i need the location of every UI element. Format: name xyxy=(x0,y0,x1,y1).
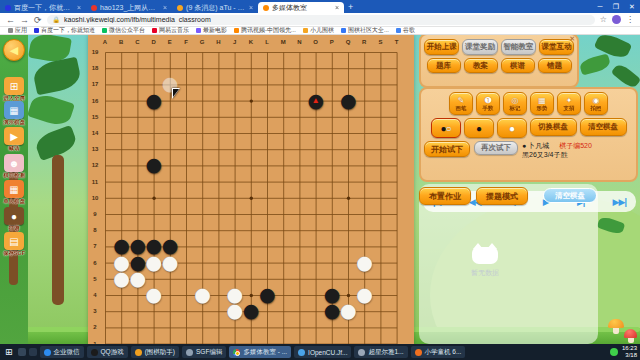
bookmark-favicon xyxy=(396,28,401,33)
try-button[interactable]: 开始试下 xyxy=(424,141,470,157)
board-coordinate: 18 xyxy=(92,65,99,71)
sidebar-item-megaphone[interactable]: ▶喊话 xyxy=(0,127,28,152)
bookmark-item[interactable]: 谷歌 xyxy=(396,27,415,35)
browser-toolbar: ← → ⟳ 🔒 kaoshi.yikeweiqi.com/lfb/multime… xyxy=(0,13,640,27)
sidebar-item-back[interactable]: ◀ xyxy=(0,39,28,61)
stone-selector-1[interactable]: ● xyxy=(464,118,494,138)
white-stone-G4: ● xyxy=(194,287,210,303)
bookmark-star-icon[interactable]: ☆ xyxy=(600,15,607,24)
tab-title: hao123_上网从这里开始 xyxy=(100,3,160,13)
mushroom-art xyxy=(624,329,637,343)
tool-icon: ✦ xyxy=(566,96,573,105)
tab-strip: 百度一下，你就知道×hao123_上网从这里开始×(9 条消息) aTu - 微… xyxy=(0,0,344,13)
board-coordinate: N xyxy=(297,39,301,45)
taskbar-item-icon xyxy=(186,349,193,356)
tool-label: 形势 xyxy=(537,105,548,111)
bookmark-item[interactable]: 应用 xyxy=(8,27,27,35)
taskbar-item-icon xyxy=(298,349,305,356)
bookmark-item[interactable]: 腾讯视频-中国领先... xyxy=(234,27,296,35)
taskbar-item-icon xyxy=(44,349,51,356)
refresh-icon[interactable]: ⟳ xyxy=(34,15,42,25)
taskbar-item[interactable]: 超星尔雅1... xyxy=(354,346,407,358)
taskbar-item-icon xyxy=(358,349,365,356)
board-coordinate: 13 xyxy=(92,146,99,152)
window-controls: ─ ❐ ✕ xyxy=(592,0,640,13)
tool-button-标记[interactable]: ◎标记 xyxy=(503,92,527,115)
taskbar-item-label: SGF编辑 xyxy=(196,348,222,357)
tool-icon: ◎ xyxy=(512,96,519,105)
demo-board-icon: ▦ xyxy=(4,101,24,119)
classroom-button[interactable]: 智能教室 xyxy=(501,39,536,55)
white-stone-Q3: ● xyxy=(340,303,356,319)
empty-state-cat-icon xyxy=(472,247,498,264)
playback-button-5[interactable]: ▶▶| xyxy=(613,197,626,207)
board-coordinate: 7 xyxy=(93,243,96,249)
tree-foliage-art xyxy=(31,57,82,96)
white-stone-B5: ● xyxy=(113,271,129,287)
sidebar-item-label: 打谱 xyxy=(1,225,26,231)
tab-close-icon[interactable]: × xyxy=(77,4,81,11)
start-button-icon[interactable]: ⊞ xyxy=(5,347,13,357)
tool-label: 拍照 xyxy=(591,105,602,111)
url-text: kaoshi.yikeweiqi.com/lfb/multimedia_clas… xyxy=(64,16,211,23)
white-stone-R4: ● xyxy=(356,287,372,303)
board-coordinate: M xyxy=(281,39,286,45)
sidebar-item-single-board[interactable]: ▦单人棋盘 xyxy=(0,180,28,205)
bookmark-label: 网易云音乐 xyxy=(159,27,189,35)
white-stone-R6: ● xyxy=(356,255,372,271)
bookmark-item[interactable]: 小儿围棋 xyxy=(303,27,334,35)
screen: 百度一下，你就知道×hao123_上网从这里开始×(9 条消息) aTu - 微… xyxy=(0,0,640,360)
sidebar-item-play-stones[interactable]: ●打谱 xyxy=(0,207,28,232)
classroom-buttons-row: 开始上课课堂奖励智能教室课堂互动 xyxy=(424,39,574,55)
address-bar[interactable]: 🔒 kaoshi.yikeweiqi.com/lfb/multimedia_cl… xyxy=(47,15,595,25)
tool-button-形势[interactable]: ▦形势 xyxy=(530,92,554,115)
stone-selector-row: ●○●●切换棋盘清空棋盘 xyxy=(424,118,633,138)
taskbar-item-label: 企业微信 xyxy=(54,348,80,357)
sidebar-item-student[interactable]: ☻棋力检测 xyxy=(0,154,28,179)
taskbar-item[interactable]: 企业微信 xyxy=(40,346,84,358)
black-stone-K3: ● xyxy=(243,303,259,319)
stone-selector-2[interactable]: ● xyxy=(497,118,527,138)
bookmark-label: 百度一下，你就知道 xyxy=(41,27,95,35)
taskbar-item-label: 小学童机 6... xyxy=(425,348,462,357)
board-coordinate: L xyxy=(265,39,269,45)
bookmark-label: 围棋社区大全... xyxy=(348,27,389,35)
bookmark-favicon xyxy=(303,28,308,33)
bookmark-favicon xyxy=(102,28,107,33)
tree-foliage-art xyxy=(27,91,75,129)
player-name: 卜凡城 xyxy=(528,142,549,149)
tool-label: 手数 xyxy=(483,105,494,111)
empty-state-text: 暂无数据 xyxy=(455,268,515,278)
bookmarks-bar: 应用百度一下，你就知道微信公众平台网易云音乐最新电影腾讯视频-中国领先...小儿… xyxy=(0,27,640,35)
board-coordinate: 5 xyxy=(93,276,96,282)
bookmark-item[interactable]: 微信公众平台 xyxy=(102,27,145,35)
taskbar-item[interactable]: 多媒体教室 - ... xyxy=(229,346,291,358)
board-coordinate: 6 xyxy=(93,260,96,266)
back-icon[interactable]: ← xyxy=(6,15,15,25)
resource-buttons-row: 题库教案棋谱错题 xyxy=(424,58,574,73)
taskbar-item-label: (围棋助手) xyxy=(145,348,175,357)
lock-icon: 🔒 xyxy=(53,16,61,23)
black-stone-icon: ● xyxy=(522,142,526,149)
student-icon: ☻ xyxy=(4,154,24,172)
menu-dots-icon[interactable]: ⋮ xyxy=(626,15,634,24)
board-coordinate: J xyxy=(233,39,236,45)
windows-taskbar: ⊞ 企业微信QQ游戏(围棋助手)SGF编辑多媒体教室 - ...IOpenCU.… xyxy=(0,344,640,360)
back-arrow-icon[interactable]: ◀ xyxy=(3,39,25,61)
board-coordinate: 9 xyxy=(93,211,96,217)
tool-button-支招[interactable]: ✦支招 xyxy=(557,92,581,115)
sidebar-item-label: 保存SGF xyxy=(1,250,26,256)
classroom-page: ◀⊞进入全屏▦演示棋盘▶喊话☻棋力检测▦单人棋盘●打谱▤保存SGF ABCDEF… xyxy=(0,35,640,344)
profile-avatar[interactable] xyxy=(612,15,621,24)
app-sidebar: ◀⊞进入全屏▦演示棋盘▶喊话☻棋力检测▦单人棋盘●打谱▤保存SGF xyxy=(0,35,28,344)
taskbar-item-icon xyxy=(135,349,142,356)
single-board-icon: ▦ xyxy=(4,180,24,198)
browser-tab-bar: 百度一下，你就知道×hao123_上网从这里开始×(9 条消息) aTu - 微… xyxy=(0,0,640,13)
minimize-button[interactable]: ─ xyxy=(592,3,608,10)
bookmark-item[interactable]: 网易云音乐 xyxy=(152,27,189,35)
board-coordinate: R xyxy=(362,39,366,45)
board-coordinate: 17 xyxy=(92,81,99,87)
problem-mode-button[interactable]: 摆题模式 xyxy=(476,187,528,205)
tool-button-拍照[interactable]: ◉拍照 xyxy=(584,92,608,115)
bookmark-favicon xyxy=(196,28,201,33)
tool-label: 支招 xyxy=(564,105,575,111)
bookmark-favicon xyxy=(341,28,346,33)
board-coordinate: B xyxy=(119,39,123,45)
board-coordinate: 10 xyxy=(92,195,99,201)
tool-icon: ◉ xyxy=(593,96,600,105)
tool-icon: ➊ xyxy=(485,96,492,105)
taskbar-item-label: QQ游戏 xyxy=(101,348,124,357)
bookmark-label: 应用 xyxy=(15,27,27,35)
board-coordinate: G xyxy=(200,39,205,45)
fullscreen-icon: ⊞ xyxy=(4,77,24,95)
taskbar-item[interactable]: (围棋助手) xyxy=(131,346,179,358)
board-coordinate: K xyxy=(249,39,253,45)
sidebar-item-label: 棋力检测 xyxy=(1,172,26,178)
sidebar-item-label: 单人棋盘 xyxy=(1,198,26,204)
classroom-panel: ✕ 开始上课课堂奖励智能教室课堂互动 题库教案棋谱错题 xyxy=(419,35,579,88)
bookmark-label: 腾讯视频-中国领先... xyxy=(241,27,296,35)
resource-button[interactable]: 错题 xyxy=(538,58,572,73)
tool-button-手数[interactable]: ➊手数 xyxy=(476,92,500,115)
sidebar-item-label: 演示棋盘 xyxy=(1,119,26,125)
board-coordinate: A xyxy=(103,39,107,45)
resource-button[interactable]: 题库 xyxy=(427,58,461,73)
board-coordinate: F xyxy=(184,39,188,45)
browser-tab[interactable]: hao123_上网从这里开始× xyxy=(86,2,172,13)
tools-panel: ✎画笔➊手数◎标记▦形势✦支招◉拍照 ●○●●切换棋盘清空棋盘 开始试下再次试下… xyxy=(419,87,638,182)
tab-title: 百度一下，你就知道 xyxy=(14,3,74,13)
taskbar-item[interactable]: QQ游戏 xyxy=(87,346,128,358)
tool-icon: ✎ xyxy=(458,96,465,105)
board-coordinate: 15 xyxy=(92,114,99,120)
board-coordinate: 4 xyxy=(93,292,96,298)
clear-pen-button[interactable]: 清空棋盘 xyxy=(543,188,597,203)
taskbar-item-icon xyxy=(91,349,98,356)
white-stone-D6: ● xyxy=(146,255,162,271)
bookmark-label: 微信公众平台 xyxy=(109,27,145,35)
clear-board-button[interactable]: 清空棋盘 xyxy=(580,118,627,136)
bookmark-label: 谷歌 xyxy=(403,27,415,35)
browser-tab[interactable]: 百度一下，你就知道× xyxy=(0,2,86,13)
player-badge: 棋子编520 xyxy=(559,142,592,149)
assign-buttons-row: 布置作业摆题模式 xyxy=(419,187,528,205)
board-coordinate: S xyxy=(378,39,382,45)
bookmark-favicon xyxy=(152,28,157,33)
bookmark-label: 最新电影 xyxy=(203,27,227,35)
sidebar-item-label: 喊话 xyxy=(1,145,26,151)
bookmark-favicon xyxy=(34,28,39,33)
bookmark-item[interactable]: 百度一下，你就知道 xyxy=(34,27,95,35)
board-coordinate: 16 xyxy=(92,98,99,104)
assign-homework-button[interactable]: 布置作业 xyxy=(419,187,471,205)
board-coordinate: 19 xyxy=(92,49,99,55)
board-coordinate: 14 xyxy=(92,130,99,136)
tool-label: 画笔 xyxy=(456,105,467,111)
forward-icon[interactable]: → xyxy=(20,15,29,25)
stone-selector-0[interactable]: ●○ xyxy=(431,118,461,138)
task-items: 企业微信QQ游戏(围棋助手)SGF编辑多媒体教室 - ...IOpenCU.Jf… xyxy=(40,346,466,358)
taskbar-item-label: IOpenCU.Jf... xyxy=(308,349,347,356)
new-tab-button[interactable]: + xyxy=(348,2,353,12)
bookmark-favicon xyxy=(8,28,13,33)
resource-button[interactable]: 教案 xyxy=(464,58,498,73)
tray-green-icon[interactable] xyxy=(610,348,618,356)
black-stone-D12: ● xyxy=(146,157,162,173)
save-sgf-icon: ▤ xyxy=(4,232,24,250)
tab-favicon xyxy=(91,5,97,11)
clock[interactable]: 16:23 3/18 xyxy=(622,345,637,359)
mouse-cursor xyxy=(172,88,180,99)
browser-tab[interactable]: (9 条消息) aTu - 微博× xyxy=(172,2,258,13)
tree-trunk-art xyxy=(52,155,64,305)
white-stone-D4: ● xyxy=(146,287,162,303)
browser-tab[interactable]: 多媒体教室× xyxy=(258,2,344,13)
black-stone-L4: ● xyxy=(259,287,275,303)
megaphone-icon: ▶ xyxy=(4,127,24,145)
try-button[interactable]: 再次试下 xyxy=(474,141,518,155)
taskbar-icon[interactable] xyxy=(29,348,37,356)
bookmark-favicon xyxy=(234,28,239,33)
bookmark-item[interactable]: 围棋社区大全... xyxy=(341,27,389,35)
tab-title: (9 条消息) aTu - 微博 xyxy=(186,3,246,13)
player-info: ● 卜凡城 棋子编520 xyxy=(522,142,592,150)
leaf-art xyxy=(579,53,612,75)
mushroom-art xyxy=(608,319,624,334)
board-coordinate: 2 xyxy=(93,324,96,330)
board-coordinate: Q xyxy=(346,39,351,45)
board-coordinate: P xyxy=(330,39,334,45)
sidebar-item-save-sgf[interactable]: ▤保存SGF xyxy=(0,232,28,257)
tab-close-icon[interactable]: × xyxy=(163,4,167,11)
bookmark-label: 小儿围棋 xyxy=(310,27,334,35)
classroom-button[interactable]: 课堂奖励 xyxy=(462,39,497,55)
sidebar-item-fullscreen[interactable]: ⊞进入全屏 xyxy=(0,77,28,102)
board-coordinate: C xyxy=(135,39,139,45)
black-stone-D16: ● xyxy=(146,93,162,109)
switch-board-button[interactable]: 切换棋盘 xyxy=(530,118,577,136)
taskbar-item-label: 超星尔雅1... xyxy=(368,348,403,357)
tab-favicon xyxy=(5,5,11,11)
board-coordinate: 12 xyxy=(92,162,99,168)
board-coordinate: 3 xyxy=(93,308,96,314)
bookmark-item[interactable]: 最新电影 xyxy=(196,27,227,35)
close-button[interactable]: ✕ xyxy=(624,3,640,11)
game-result: 黑26又3/4子胜 xyxy=(522,151,592,159)
system-tray: 16:23 3/18 xyxy=(610,345,637,359)
taskbar-item[interactable]: IOpenCU.Jf... xyxy=(294,346,351,358)
go-board[interactable]: ABCDEFGHJKLMNOPQRST191817161514131211109… xyxy=(88,35,414,344)
tab-title: 多媒体教室 xyxy=(272,3,332,13)
tab-favicon xyxy=(177,5,183,11)
tool-button-画笔[interactable]: ✎画笔 xyxy=(449,92,473,115)
maximize-button[interactable]: ❐ xyxy=(608,3,624,11)
taskbar-item[interactable]: 小学童机 6... xyxy=(411,346,466,358)
play-stones-icon: ● xyxy=(4,207,24,225)
board-coordinate: H xyxy=(216,39,220,45)
tool-buttons-row: ✎画笔➊手数◎标记▦形势✦支招◉拍照 xyxy=(424,92,633,115)
taskbar-item-icon xyxy=(233,349,240,356)
sidebar-item-demo-board[interactable]: ▦演示棋盘 xyxy=(0,101,28,126)
panel-close-icon[interactable]: ✕ xyxy=(569,35,575,43)
taskbar-icon[interactable] xyxy=(18,348,26,356)
tool-label: 标记 xyxy=(510,105,521,111)
board-coordinate: D xyxy=(151,39,155,45)
board-coordinate: O xyxy=(313,39,318,45)
taskbar-item-icon xyxy=(415,349,422,356)
last-move-triangle-marker: ▲ xyxy=(312,96,320,105)
white-stone-E6: ● xyxy=(162,255,178,271)
board-coordinate: 11 xyxy=(92,179,98,185)
tab-favicon xyxy=(263,5,269,11)
board-coordinate: E xyxy=(168,39,172,45)
white-stone-J3: ● xyxy=(227,303,243,319)
try-buttons: 开始试下再次试下 xyxy=(424,141,518,157)
taskbar-item-label: 多媒体教室 - ... xyxy=(243,348,287,357)
board-coordinate: 8 xyxy=(93,227,96,233)
tool-icon: ▦ xyxy=(538,96,546,105)
tab-close-icon[interactable]: × xyxy=(335,4,339,11)
tab-close-icon[interactable]: × xyxy=(249,4,253,11)
board-coordinate: T xyxy=(395,39,399,45)
white-stone-C5: ● xyxy=(129,271,145,287)
classroom-button[interactable]: 开始上课 xyxy=(424,39,459,55)
resource-button[interactable]: 棋谱 xyxy=(501,58,535,73)
black-stone-Q16: ● xyxy=(340,93,356,109)
black-stone-P3: ● xyxy=(324,303,340,319)
taskbar-item[interactable]: SGF编辑 xyxy=(182,346,226,358)
